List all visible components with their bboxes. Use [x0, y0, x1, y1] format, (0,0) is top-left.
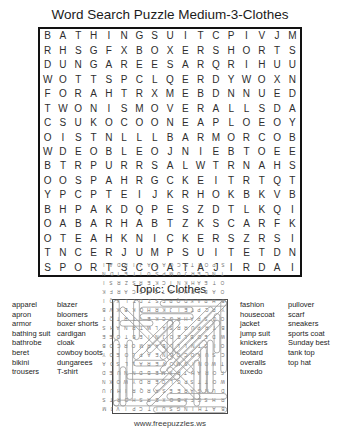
grid-cell: I [193, 145, 208, 159]
grid-cell: M [285, 29, 300, 43]
grid-cell: K [116, 232, 131, 246]
grid-cell: R [71, 87, 86, 101]
grid-cell: I [239, 29, 254, 43]
grid-cell: S [147, 29, 162, 43]
grid-cell: I [208, 246, 223, 260]
grid-cell: R [239, 130, 254, 144]
grid-cell: H [116, 174, 131, 188]
grid-cell: A [269, 261, 284, 275]
solution-word-oval [134, 300, 140, 339]
grid-cell: U [193, 246, 208, 260]
grid-cell: X [269, 72, 284, 86]
grid-cell: P [224, 29, 239, 43]
solution-cell: A [122, 287, 131, 296]
grid-cell: S [71, 174, 86, 188]
solution-cell: D [108, 269, 115, 278]
grid-cell: T [71, 29, 86, 43]
grid-cell: H [55, 43, 70, 57]
grid-cell: O [269, 116, 284, 130]
grid-cell: A [55, 217, 70, 231]
grid-cell: K [178, 174, 193, 188]
grid-cell: I [101, 101, 116, 115]
solution-word-oval [201, 347, 207, 393]
grid-cell: R [71, 159, 86, 173]
word-list-item: top hat [288, 358, 330, 368]
grid-cell: U [132, 246, 147, 260]
grid-cell: K [162, 188, 177, 202]
grid-cell: D [116, 203, 131, 217]
solution-cell: S [108, 278, 115, 287]
grid-cell: B [40, 29, 55, 43]
grid-cell: A [86, 87, 101, 101]
grid-cell: B [132, 43, 147, 57]
grid-cell: T [71, 72, 86, 86]
grid-cell: O [40, 232, 55, 246]
grid-cell: D [285, 87, 300, 101]
solution-cell: M [167, 269, 175, 278]
solution-cell: S [130, 278, 137, 287]
grid-cell: L [147, 130, 162, 144]
grid-cell: N [55, 246, 70, 260]
grid-cell: T [254, 174, 269, 188]
solution-cell: R [115, 287, 122, 296]
solution-cell: T [210, 278, 219, 287]
grid-cell: T [162, 217, 177, 231]
solution-cell: T [219, 269, 228, 278]
grid-cell: I [239, 58, 254, 72]
grid-cell: B [147, 217, 162, 231]
grid-cell: T [55, 159, 70, 173]
grid-cell: G [147, 174, 162, 188]
grid-cell: P [55, 261, 70, 275]
word-list-item: tuxedo [240, 367, 275, 377]
solution-word-oval [113, 300, 119, 339]
grid-cell: E [178, 87, 193, 101]
solution-cell: T [160, 287, 168, 296]
solution-cell: S [100, 395, 108, 404]
grid-cell: N [224, 87, 239, 101]
solution-cell: A [108, 260, 115, 269]
grid-cell: M [132, 101, 147, 115]
solution-cell: A [175, 287, 183, 296]
grid-cell: A [101, 58, 116, 72]
word-list-item: fashion [240, 300, 275, 310]
grid-cell: M [208, 130, 223, 144]
grid-cell: B [40, 203, 55, 217]
word-list-item: dungarees [57, 358, 103, 368]
solution-cell: I [167, 278, 175, 287]
solution-cell: T [100, 314, 108, 323]
grid-cell: N [178, 145, 193, 159]
grid-cell: E [269, 87, 284, 101]
grid-cell: O [254, 72, 269, 86]
grid-cell: R [254, 232, 269, 246]
grid-cell: W [193, 159, 208, 173]
solution-grid-rotated: BATHINGSUITCPIVJMRHSGFXBOXERSHORTSDUNGAR… [112, 299, 228, 414]
grid-cell: R [132, 174, 147, 188]
grid-cell: H [101, 87, 116, 101]
grid-cell: I [178, 29, 193, 43]
solution-cell: R [189, 269, 196, 278]
solution-cell: C [160, 278, 168, 287]
grid-cell: W [40, 145, 55, 159]
grid-cell: R [208, 232, 223, 246]
grid-cell: B [101, 145, 116, 159]
grid-cell: B [71, 217, 86, 231]
solution-word-oval [113, 340, 119, 406]
grid-cell: L [116, 130, 131, 144]
grid-cell: K [178, 232, 193, 246]
solution-word-oval [207, 340, 213, 393]
grid-cell: A [86, 217, 101, 231]
grid-cell: F [269, 217, 284, 231]
grid-cell: R [101, 246, 116, 260]
grid-cell: Y [224, 72, 239, 86]
grid-cell: D [269, 101, 284, 115]
grid-cell: S [254, 101, 269, 115]
grid-cell: J [162, 145, 177, 159]
grid-cell: E [178, 43, 193, 57]
grid-cell: E [208, 145, 223, 159]
grid-cell: T [269, 43, 284, 57]
grid-cell: N [101, 130, 116, 144]
word-search-grid: BATHINGSUITCPIVJMRHSGFXBOXERSHORTSDUNGAR… [38, 27, 302, 277]
grid-cell: O [86, 145, 101, 159]
solution-cell: N [100, 269, 108, 278]
grid-cell: O [40, 130, 55, 144]
solution-cell: B [167, 287, 175, 296]
word-list-item: armor [12, 319, 50, 329]
grid-cell: U [162, 29, 177, 43]
grid-cell: R [224, 159, 239, 173]
solution-cell: R [189, 287, 196, 296]
grid-cell: T [55, 232, 70, 246]
grid-cell: L [239, 203, 254, 217]
grid-cell: K [101, 203, 116, 217]
grid-cell: X [147, 87, 162, 101]
grid-cell: T [224, 174, 239, 188]
grid-cell: Q [269, 203, 284, 217]
grid-cell: R [239, 174, 254, 188]
grid-cell: S [178, 203, 193, 217]
grid-cell: Z [239, 232, 254, 246]
solution-cell: Y [100, 350, 108, 359]
word-list-item: sports coat [288, 329, 330, 339]
grid-cell: C [71, 246, 86, 260]
grid-cell: Q [162, 72, 177, 86]
solution-cell: C [130, 287, 137, 296]
grid-cell: S [178, 246, 193, 260]
grid-cell: C [208, 29, 223, 43]
solution-cell: E [100, 332, 108, 341]
word-list-item: cloak [57, 338, 103, 348]
solution-cell: R [196, 260, 203, 269]
word-list-item: jump suit [240, 329, 275, 339]
word-column-2: blazerbloomersboxer shortscardigancloakc… [57, 300, 103, 377]
grid-cell: E [285, 145, 300, 159]
word-list-item: cowboy boots [57, 348, 103, 358]
grid-cell: K [224, 188, 239, 202]
grid-cell: B [285, 188, 300, 202]
solution-cell: E [122, 269, 131, 278]
solution-cell: A [160, 260, 168, 269]
solution-cell: C [203, 269, 210, 278]
word-list-item: bathing suit [12, 329, 50, 339]
grid-cell: D [40, 58, 55, 72]
solution-cell: I [100, 260, 108, 269]
grid-cell: A [178, 130, 193, 144]
grid-cell: E [71, 145, 86, 159]
grid-cell: W [40, 72, 55, 86]
solution-cell: K [145, 287, 154, 296]
grid-cell: B [40, 159, 55, 173]
solution-word-oval [221, 300, 227, 373]
grid-cell: A [193, 116, 208, 130]
word-list-item: jacket [240, 319, 275, 329]
grid-cell: H [193, 188, 208, 202]
grid-cell: Q [132, 203, 147, 217]
word-list-item: T-shirt [57, 367, 103, 377]
solution-word-oval [167, 394, 227, 400]
grid-cell: E [147, 58, 162, 72]
solution-cell: S [100, 323, 108, 332]
word-search-puzzle-page: Word Search Puzzle Medium-3-Clothes BATH… [0, 0, 340, 440]
grid-cell: O [40, 174, 55, 188]
grid-cell: J [269, 29, 284, 43]
grid-cell: Z [178, 217, 193, 231]
grid-cell: O [55, 72, 70, 86]
grid-cell: V [269, 188, 284, 202]
grid-cell: L [178, 159, 193, 173]
grid-cell: O [71, 261, 86, 275]
grid-cell: B [224, 145, 239, 159]
grid-cell: T [86, 72, 101, 86]
word-list-item: knickers [240, 338, 275, 348]
grid-cell: Y [40, 188, 55, 202]
grid-cell: J [147, 188, 162, 202]
solution-word-oval [214, 314, 220, 353]
solution-cell: I [100, 278, 108, 287]
grid-cell: L [239, 101, 254, 115]
solution-cell: N [175, 278, 183, 287]
solution-cell: O [203, 260, 210, 269]
grid-cell: U [55, 58, 70, 72]
grid-cell: N [71, 58, 86, 72]
grid-cell: O [147, 145, 162, 159]
grid-cell: T [224, 246, 239, 260]
grid-cell: L [224, 116, 239, 130]
grid-cell: S [55, 116, 70, 130]
grid-cell: C [71, 188, 86, 202]
word-list-item: apron [12, 310, 50, 320]
solution-cell: D [100, 368, 108, 377]
word-list-item: beret [12, 348, 50, 358]
grid-cell: R [193, 101, 208, 115]
footer-url: www.freepuzzles.ws [0, 419, 340, 428]
grid-cell: E [178, 116, 193, 130]
word-list-item: bloomers [57, 310, 103, 320]
grid-cell: T [254, 246, 269, 260]
grid-cell: O [101, 116, 116, 130]
grid-cell: E [132, 58, 147, 72]
grid-cell: K [86, 116, 101, 130]
grid-cell: P [86, 159, 101, 173]
grid-cell: K [193, 217, 208, 231]
grid-cell: A [162, 159, 177, 173]
grid-cell: W [55, 101, 70, 115]
grid-cell: S [147, 159, 162, 173]
grid-cell: P [208, 116, 223, 130]
solution-cell: I [137, 269, 145, 278]
grid-cell: O [224, 130, 239, 144]
grid-cell: U [254, 87, 269, 101]
grid-cell: T [285, 174, 300, 188]
grid-cell: K [254, 188, 269, 202]
grid-cell: C [116, 116, 131, 130]
word-list-item: leotard [240, 348, 275, 358]
word-list-item: pullover [288, 300, 330, 310]
grid-cell: N [116, 29, 131, 43]
solution-cell: D [115, 260, 122, 269]
solution-cell: B [203, 287, 210, 296]
grid-cell: K [285, 217, 300, 231]
grid-cell: L [224, 101, 239, 115]
grid-cell: C [40, 116, 55, 130]
grid-cell: R [86, 261, 101, 275]
grid-cell: L [116, 145, 131, 159]
grid-cell: O [208, 188, 223, 202]
grid-cell: O [71, 101, 86, 115]
grid-cell: O [55, 87, 70, 101]
grid-cell: A [239, 217, 254, 231]
solution-cell: E [196, 269, 203, 278]
grid-cell: D [208, 87, 223, 101]
word-list-item: scarf [288, 310, 330, 320]
solution-word-oval [160, 300, 227, 306]
page-title: Word Search Puzzle Medium-3-Clothes [0, 7, 340, 22]
grid-cell: E [132, 145, 147, 159]
grid-cell: T [224, 203, 239, 217]
grid-cell: R [40, 43, 55, 57]
solution-cell: B [100, 341, 108, 350]
solution-cell: A [196, 278, 203, 287]
grid-cell: E [178, 101, 193, 115]
solution-cell: U [100, 386, 108, 395]
grid-cell: S [101, 72, 116, 86]
grid-cell: A [86, 232, 101, 246]
grid-cell: R [239, 261, 254, 275]
grid-cell: Q [269, 174, 284, 188]
solution-cell: Z [153, 287, 160, 296]
solution-cell: T [115, 269, 122, 278]
solution-cell: M [100, 404, 108, 413]
solution-word-oval [127, 340, 133, 399]
grid-cell: A [285, 101, 300, 115]
solution-cell: Z [122, 278, 131, 287]
solution-cell: C [175, 260, 183, 269]
grid-cell: P [116, 72, 131, 86]
grid-cell: O [239, 43, 254, 57]
grid-cell: O [147, 116, 162, 130]
solution-cell: S [137, 287, 145, 296]
solution-cell: A [100, 359, 108, 368]
grid-cell: L [147, 72, 162, 86]
grid-cell: C [224, 217, 239, 231]
grid-cell: T [40, 246, 55, 260]
word-list-item: cardigan [57, 329, 103, 339]
grid-cell: R [116, 159, 131, 173]
grid-cell: X [116, 43, 131, 57]
grid-cell: D [254, 261, 269, 275]
grid-cell: Y [285, 116, 300, 130]
grid-cell: T [40, 101, 55, 115]
grid-cell: B [162, 130, 177, 144]
grid-cell: X [162, 43, 177, 57]
grid-cell: C [132, 72, 147, 86]
grid-cell: S [116, 101, 131, 115]
grid-cell: I [285, 232, 300, 246]
grid-cell: V [254, 29, 269, 43]
grid-cell: J [116, 246, 131, 260]
grid-cell: B [193, 87, 208, 101]
grid-cell: R [116, 58, 131, 72]
solution-cell: P [160, 269, 168, 278]
grid-cell: S [224, 232, 239, 246]
solution-cell: O [219, 278, 228, 287]
word-list-item: bathrobe [12, 338, 50, 348]
grid-cell: G [86, 43, 101, 57]
grid-cell: R [193, 43, 208, 57]
grid-cell: E [178, 72, 193, 86]
solution-cell: R [137, 278, 145, 287]
grid-cell: H [269, 159, 284, 173]
grid-cell: I [132, 188, 147, 202]
grid-cell: N [285, 72, 300, 86]
grid-cell: F [40, 87, 55, 101]
grid-cell: G [132, 29, 147, 43]
grid-cell: S [208, 43, 223, 57]
grid-cell: I [285, 203, 300, 217]
grid-cell: M [162, 87, 177, 101]
grid-cell: H [101, 232, 116, 246]
solution-cell: T [130, 269, 137, 278]
grid-cell: L [132, 130, 147, 144]
grid-cell: N [285, 246, 300, 260]
solution-cell: K [182, 278, 189, 287]
solution-cell: E [145, 278, 154, 287]
grid-cell: S [71, 43, 86, 57]
grid-cell: Z [193, 203, 208, 217]
grid-cell: N [239, 159, 254, 173]
grid-cell: D [269, 246, 284, 260]
grid-cell: R [254, 43, 269, 57]
grid-cell: N [239, 87, 254, 101]
grid-cell: S [269, 232, 284, 246]
grid-cell: R [193, 72, 208, 86]
grid-cell: I [55, 130, 70, 144]
solution-cell: A [196, 287, 203, 296]
grid-cell: I [208, 174, 223, 188]
grid-cell: I [101, 29, 116, 43]
grid-cell: G [86, 58, 101, 72]
grid-cell: S [285, 159, 300, 173]
word-list-item: trousers [12, 367, 50, 377]
grid-cell: B [239, 188, 254, 202]
solution-cell: N [100, 377, 108, 386]
solution-cell: U [175, 269, 183, 278]
word-column-1: apparelapronarmorbathing suitbathrobeber… [12, 300, 50, 377]
grid-cell: P [162, 246, 177, 260]
